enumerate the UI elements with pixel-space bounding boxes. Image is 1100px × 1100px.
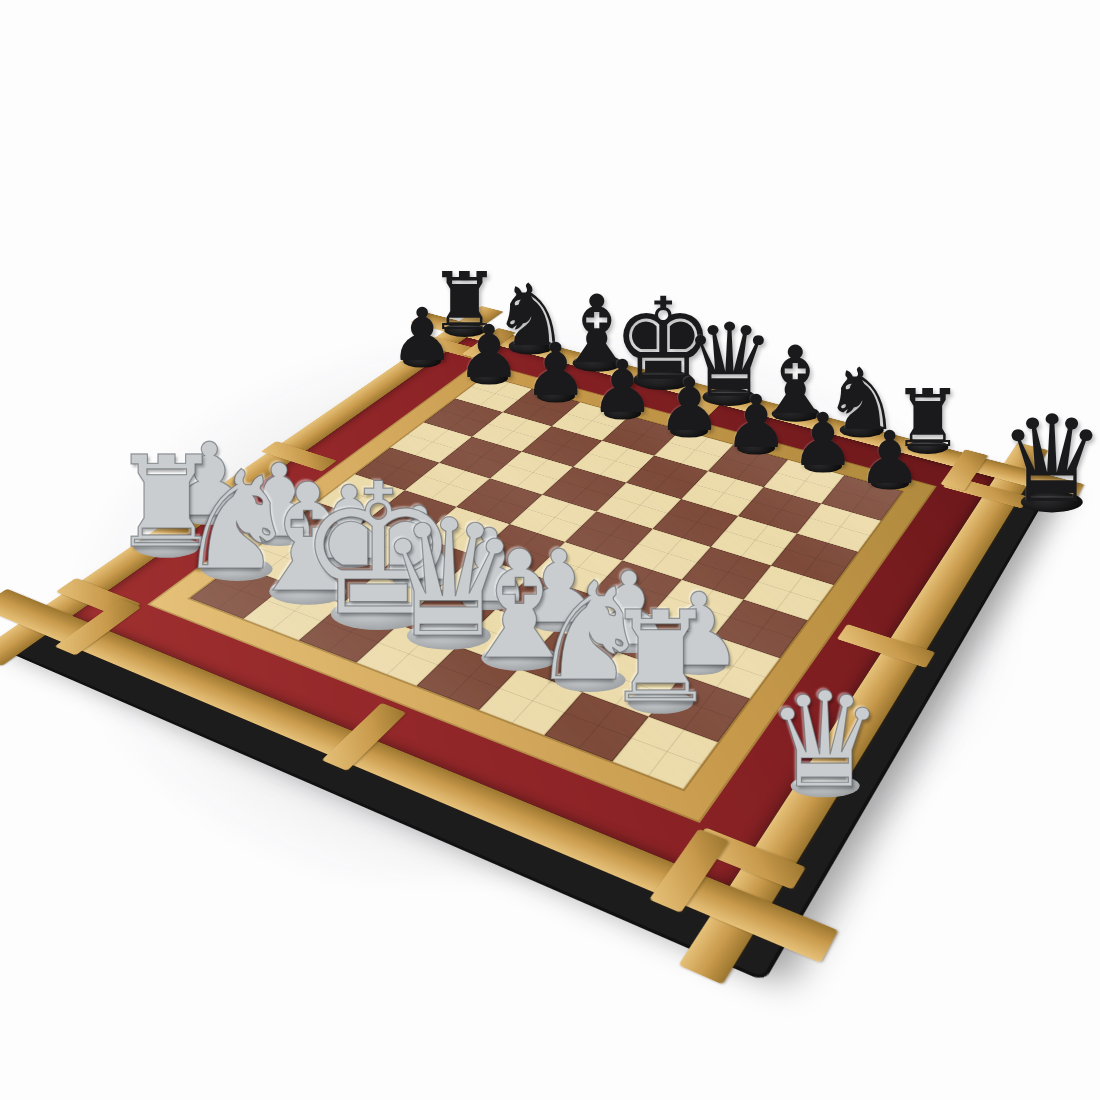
piece-black-pawn-e7[interactable]: ♟ (590, 351, 655, 424)
piece-black-pawn-f7[interactable]: ♟ (523, 334, 588, 407)
piece-black-pawn-b7[interactable]: ♟ (790, 404, 855, 477)
piece-black-pawn-a7[interactable]: ♟ (857, 422, 922, 495)
piece-black-pawn-c7[interactable]: ♟ (723, 386, 788, 459)
piece-black-pawn-d7[interactable]: ♟ (657, 369, 722, 442)
piece-black-queen-offboard[interactable]: ♛ (998, 400, 1100, 520)
piece-white-queen-offboard[interactable]: ♛ (766, 674, 884, 806)
piece-white-rook-a1[interactable]: ♜ (604, 595, 717, 721)
piece-black-pawn-h7[interactable]: ♟ (389, 299, 454, 372)
piece-black-pawn-g7[interactable]: ♟ (456, 316, 521, 389)
scene: ♜♞♝♛♚♝♞♜♟♟♟♟♟♟♟♟♟♟♟♟♟♟♟♟♜♞♝♛♚♝♞♜♛♛ (0, 0, 1100, 1100)
